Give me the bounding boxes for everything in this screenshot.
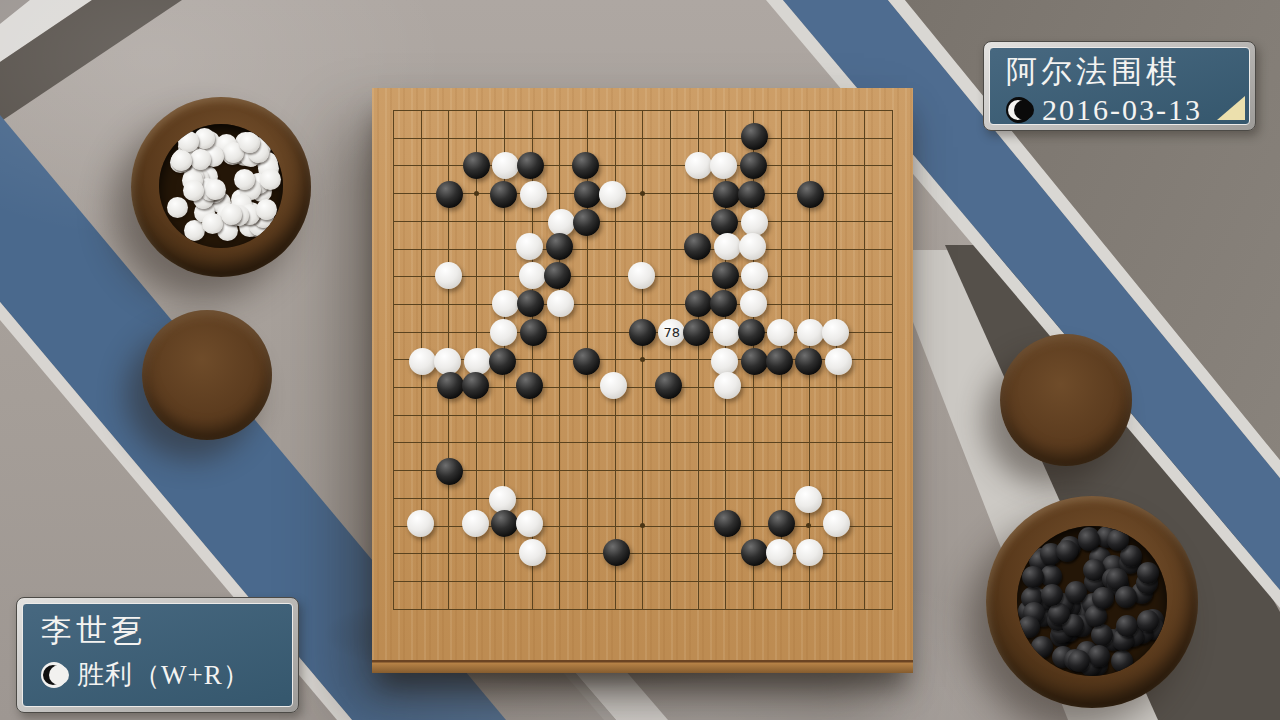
stone-white <box>434 348 461 375</box>
stone-white <box>741 209 768 236</box>
stone-white-move-78: 78 <box>658 319 685 346</box>
stone-white <box>489 486 516 513</box>
goban-surface: 78 <box>372 88 913 660</box>
stone-white <box>516 233 543 260</box>
move-number-label: 78 <box>664 326 681 339</box>
bowl-stone-black <box>1091 624 1113 646</box>
stone-white <box>714 372 741 399</box>
stone-white <box>714 233 741 260</box>
plate-leesedol: 李世乭 胜利（W+R） <box>16 597 299 713</box>
bowl-stone-black <box>1107 529 1129 551</box>
stone-black <box>437 372 464 399</box>
stone-white <box>713 319 740 346</box>
stone-white <box>407 510 434 537</box>
stone-white <box>462 510 489 537</box>
stone-white <box>710 152 737 179</box>
stone-black <box>490 181 517 208</box>
stone-black <box>655 372 682 399</box>
stone-black <box>795 348 822 375</box>
stone-white <box>822 319 849 346</box>
bowl-stone-black <box>1056 540 1078 562</box>
stone-black <box>573 348 600 375</box>
stone-black <box>516 372 543 399</box>
stone-black <box>489 348 516 375</box>
bowl-black-inner <box>1017 526 1167 676</box>
scene: 78 阿尔法围棋 2016-03-13 李世乭 胜利（W+R） <box>0 0 1280 720</box>
stone-white <box>600 372 627 399</box>
bowl-stone-white <box>183 180 204 201</box>
game-date: 2016-03-13 <box>1042 93 1202 125</box>
stone-black <box>740 152 767 179</box>
stone-white <box>492 152 519 179</box>
stone-white <box>409 348 436 375</box>
bowl-stone-white <box>256 199 277 220</box>
stone-white <box>796 539 823 566</box>
bowl-stone-white <box>260 169 281 190</box>
stone-black <box>713 181 740 208</box>
bowl-stone-black <box>1022 566 1044 588</box>
goban-front-edge <box>372 660 913 673</box>
star-point <box>474 191 479 196</box>
stone-white <box>490 319 517 346</box>
plate-alphago: 阿尔法围棋 2016-03-13 <box>983 41 1256 131</box>
white-stone-icon <box>41 662 67 688</box>
stone-black <box>738 181 765 208</box>
bowl-stone-black <box>1031 636 1053 658</box>
stone-white <box>825 348 852 375</box>
stone-black <box>436 458 463 485</box>
stone-white <box>711 348 738 375</box>
bowl-black-stones <box>986 496 1198 708</box>
bowl-stone-white <box>234 169 255 190</box>
stone-white <box>797 319 824 346</box>
bowl-stone-black <box>1092 587 1114 609</box>
stone-white <box>685 152 712 179</box>
bowl-white-stones <box>131 97 311 277</box>
stone-white <box>519 539 546 566</box>
star-point <box>806 523 811 528</box>
stone-white <box>516 510 543 537</box>
stone-black <box>768 510 795 537</box>
stone-black <box>711 209 738 236</box>
lid-left <box>142 310 272 440</box>
bowl-stone-black <box>1111 650 1133 672</box>
stone-white <box>823 510 850 537</box>
bowl-stone-black <box>1116 615 1138 637</box>
bowl-stone-white <box>167 197 188 218</box>
stone-white <box>741 262 768 289</box>
stone-black <box>462 372 489 399</box>
game-result: 胜利（W+R） <box>77 657 251 693</box>
stone-black <box>574 181 601 208</box>
stone-black <box>629 319 656 346</box>
stone-black <box>712 262 739 289</box>
bowl-stone-black <box>1065 581 1087 603</box>
stone-white <box>740 290 767 317</box>
stone-black <box>797 181 824 208</box>
lid-right <box>1000 334 1132 466</box>
stone-black <box>741 348 768 375</box>
alphago-name: 阿尔法围棋 <box>1006 51 1235 93</box>
bowl-stone-white <box>221 204 242 225</box>
stone-white <box>767 319 794 346</box>
stone-black <box>714 510 741 537</box>
stone-white <box>519 262 546 289</box>
stone-white <box>548 209 575 236</box>
stone-black <box>603 539 630 566</box>
stone-white <box>464 348 491 375</box>
stone-black <box>544 262 571 289</box>
stone-black <box>436 181 463 208</box>
stone-black <box>573 209 600 236</box>
star-point <box>640 523 645 528</box>
stone-black <box>520 319 547 346</box>
stone-white <box>599 181 626 208</box>
leesedol-name: 李世乭 <box>41 610 278 652</box>
bowl-stone-black <box>1137 610 1159 632</box>
stone-white <box>628 262 655 289</box>
bowl-stone-black <box>1018 616 1040 638</box>
stone-white <box>547 290 574 317</box>
goban[interactable]: 78 <box>372 88 913 673</box>
star-point <box>640 191 645 196</box>
stone-black <box>517 290 544 317</box>
stone-white <box>520 181 547 208</box>
stone-black <box>741 539 768 566</box>
bowl-stone-black <box>1115 586 1137 608</box>
bowl-stone-black <box>1088 645 1110 667</box>
stone-black <box>738 319 765 346</box>
stone-black <box>463 152 490 179</box>
stone-black <box>741 123 768 150</box>
goban-grid: 78 <box>393 110 893 610</box>
stone-black <box>517 152 544 179</box>
stone-black <box>684 233 711 260</box>
stone-black <box>710 290 737 317</box>
black-stone-icon <box>1006 97 1032 123</box>
stone-black <box>546 233 573 260</box>
bowl-stone-black <box>1137 562 1159 584</box>
stone-black <box>491 510 518 537</box>
stone-black <box>572 152 599 179</box>
star-point <box>640 357 645 362</box>
stone-black <box>683 319 710 346</box>
stone-white <box>766 539 793 566</box>
stone-black <box>685 290 712 317</box>
stone-white <box>795 486 822 513</box>
stone-white <box>492 290 519 317</box>
stone-white <box>435 262 462 289</box>
stone-white <box>739 233 766 260</box>
stone-black <box>766 348 793 375</box>
bowl-white-inner <box>159 124 283 248</box>
